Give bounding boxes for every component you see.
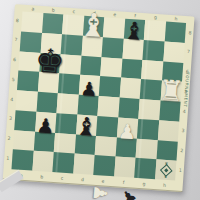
square-g7[interactable] (142, 40, 164, 61)
rank-label-8: 8 (186, 23, 194, 43)
file-label-b: b (31, 175, 52, 181)
square-f4[interactable] (118, 97, 140, 118)
file-label-d: d (72, 177, 93, 183)
rank-label-5: 5 (9, 70, 17, 90)
square-f1[interactable] (114, 157, 136, 178)
square-g8[interactable] (144, 20, 166, 41)
white-bishop-d8[interactable]: ♝ (78, 8, 109, 42)
square-g3[interactable] (137, 119, 159, 140)
square-c1[interactable] (52, 152, 74, 173)
square-e6[interactable] (100, 57, 122, 78)
rank-label-3: 3 (179, 122, 187, 142)
square-a1[interactable] (11, 149, 33, 170)
square-h7[interactable] (163, 41, 185, 62)
square-h2[interactable] (156, 140, 178, 161)
white-pawn-f3[interactable]: ♟ (118, 120, 137, 141)
rank-label-2: 2 (5, 129, 13, 149)
square-f6[interactable] (121, 58, 143, 79)
square-h8[interactable] (164, 22, 186, 43)
rank-label-3: 3 (6, 109, 14, 129)
rank-label-1: 1 (3, 149, 11, 169)
square-e1[interactable] (93, 155, 115, 176)
rank-label-1: 1 (176, 161, 184, 181)
black-king-b6[interactable]: ♚ (34, 44, 66, 79)
rank-label-7: 7 (184, 43, 192, 63)
chessboard: abcdefgh abcdefgh 87654321 87654321 TOUR… (3, 4, 195, 192)
square-a4[interactable] (16, 90, 38, 111)
square-b1[interactable] (32, 151, 54, 172)
rank-label-8: 8 (13, 11, 21, 31)
black-pawn-b3[interactable]: ♟ (36, 115, 55, 136)
black-bishop-f8[interactable]: ♝ (123, 18, 146, 43)
file-label-h: h (154, 183, 175, 189)
rank-label-2: 2 (177, 141, 185, 161)
square-b4[interactable] (36, 92, 58, 113)
file-label-c: c (52, 176, 73, 182)
square-e3[interactable] (96, 116, 118, 137)
rank-label-6: 6 (10, 50, 18, 70)
file-label-g: g (134, 182, 155, 188)
square-e2[interactable] (95, 135, 117, 156)
white-rook-h5[interactable]: ♜ (158, 77, 185, 107)
rank-label-7: 7 (12, 31, 20, 51)
square-d1[interactable] (73, 154, 95, 175)
square-c4[interactable] (57, 93, 79, 114)
square-a3[interactable] (14, 110, 36, 131)
file-label-f: f (113, 180, 134, 186)
square-a2[interactable] (13, 130, 35, 151)
square-a8[interactable] (21, 12, 43, 33)
square-e5[interactable] (99, 76, 121, 97)
fallen-white-pawn[interactable]: ♟ (90, 184, 109, 200)
rank-label-4: 4 (8, 90, 16, 110)
square-g2[interactable] (136, 138, 158, 159)
black-pawn-d5[interactable]: ♟ (80, 79, 98, 99)
square-f5[interactable] (119, 78, 141, 99)
square-b8[interactable] (42, 13, 64, 34)
square-h3[interactable] (157, 120, 179, 141)
play-area: ♝♝♚♟♜♟♝♟♛♛ (11, 12, 186, 181)
square-g1[interactable] (134, 158, 156, 179)
square-c3[interactable] (55, 113, 77, 134)
board-logo: ♛♛ (158, 162, 173, 179)
black-bishop-d3[interactable]: ♝ (74, 113, 98, 140)
square-c2[interactable] (54, 133, 76, 154)
square-e4[interactable] (97, 96, 119, 117)
photo-background: abcdefgh abcdefgh 87654321 87654321 TOUR… (0, 0, 200, 200)
square-d6[interactable] (80, 55, 102, 76)
